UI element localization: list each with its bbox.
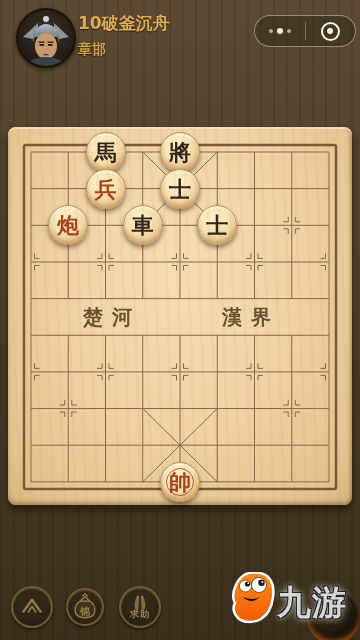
circle-dot-icon xyxy=(321,22,340,41)
piece-glyph: 帥 xyxy=(169,471,191,493)
piece-glyph: 士 xyxy=(169,178,191,200)
xiangqi-board[interactable]: 楚河 漢界 馬將兵士炮車士帥 xyxy=(8,127,352,505)
hint-bag-button[interactable]: 锦 xyxy=(66,588,104,626)
piece-red-general[interactable]: 帥 xyxy=(160,462,200,502)
warrior-portrait-icon xyxy=(18,10,74,66)
xiangqi-app: 10破釜沉舟 章邯 楚河 漢界 馬將兵士炮車士帥 xyxy=(0,0,360,640)
piece-black-general[interactable]: 將 xyxy=(160,132,200,172)
more-dots-icon xyxy=(269,28,291,34)
river-label-right: 漢界 xyxy=(221,305,280,329)
piece-glyph: 士 xyxy=(206,214,228,236)
9game-logo-text: 九游 xyxy=(277,580,347,626)
piece-red-soldier[interactable]: 兵 xyxy=(86,169,126,209)
piece-black-advisor[interactable]: 士 xyxy=(160,169,200,209)
collapse-button[interactable] xyxy=(11,586,53,628)
9game-mascot-icon xyxy=(230,572,276,624)
stage-title: 10破釜沉舟 xyxy=(78,12,170,35)
miniprogram-capsule xyxy=(254,15,356,47)
river-label-left: 楚河 xyxy=(82,305,141,329)
hint-bag-label: 锦 xyxy=(68,605,102,619)
piece-glyph: 馬 xyxy=(95,141,117,163)
piece-glyph: 將 xyxy=(169,141,191,163)
piece-glyph: 車 xyxy=(132,214,154,236)
piece-black-chariot[interactable]: 車 xyxy=(123,205,163,245)
piece-glyph: 炮 xyxy=(57,214,79,236)
top-bar: 10破釜沉舟 章邯 xyxy=(0,0,360,72)
exit-button[interactable] xyxy=(306,16,356,46)
chevron-up-icon xyxy=(13,586,51,628)
opponent-name: 章邯 xyxy=(78,41,170,59)
opponent-avatar xyxy=(16,8,76,68)
piece-glyph: 兵 xyxy=(95,178,117,200)
ask-help-label: 求助 xyxy=(121,608,159,621)
more-button[interactable] xyxy=(255,16,305,46)
praying-hands-icon xyxy=(121,586,159,628)
piece-black-horse[interactable]: 馬 xyxy=(86,132,126,172)
ask-help-button[interactable]: 求助 xyxy=(119,586,161,628)
